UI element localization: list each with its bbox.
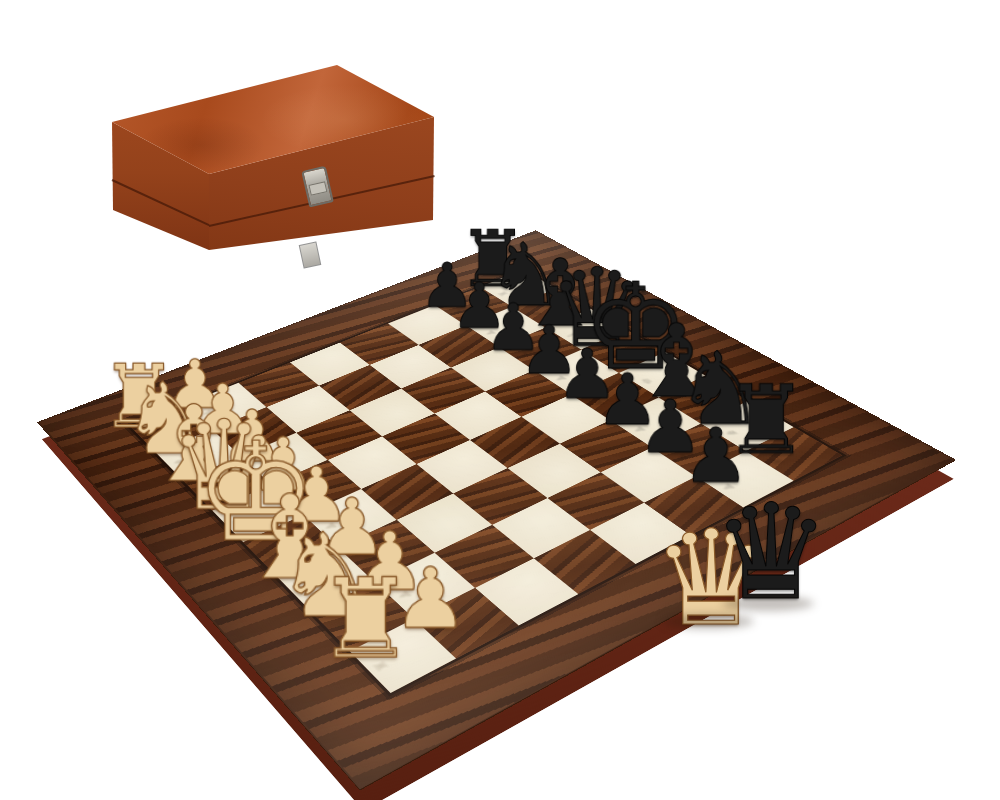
white-queen-shadow — [662, 614, 754, 629]
chess-board: ♜♜♞♞♝♝♛♛♚♚♝♝♞♞♜♜♟♟♟♟♟♟♟♟♟♟♟♟♟♟♟♟♟♟♟♟♟♟♟♟… — [112, 82, 827, 797]
white-rook[interactable]: ♜ — [316, 564, 415, 674]
white-rook-glyph: ♜ — [316, 564, 415, 674]
chess-set-scene: ♜♜♞♞♝♝♛♛♚♚♝♝♞♞♜♜♟♟♟♟♟♟♟♟♟♟♟♟♟♟♟♟♟♟♟♟♟♟♟♟… — [0, 0, 1000, 800]
square-h2[interactable]: ♟♟ — [414, 588, 519, 659]
black-queen-shadow — [722, 596, 814, 611]
square-e4[interactable] — [417, 440, 508, 494]
